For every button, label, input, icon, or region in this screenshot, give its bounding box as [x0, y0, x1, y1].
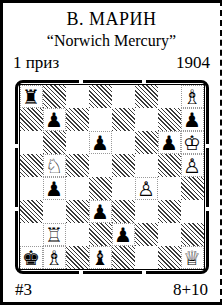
square-d1[interactable]: ♝: [89, 246, 112, 269]
square-e4[interactable]: [112, 177, 135, 200]
prize-label: 1 приз: [13, 53, 59, 73]
square-c3[interactable]: [66, 200, 89, 223]
header: В. МАРИН “Norwich Mercury” 1 приз 1904: [3, 9, 220, 73]
square-c1[interactable]: [66, 246, 89, 269]
black-pawn: ♟: [91, 202, 109, 222]
square-b3[interactable]: [43, 200, 66, 223]
square-c7[interactable]: [66, 108, 89, 131]
square-g6[interactable]: ♟: [158, 131, 181, 154]
square-g4[interactable]: [158, 177, 181, 200]
prize-line: 1 приз 1904: [3, 53, 220, 73]
square-h5[interactable]: ♙: [181, 154, 204, 177]
black-pawn: ♟: [183, 110, 201, 130]
black-pawn: ♟: [91, 133, 109, 153]
square-e6[interactable]: [112, 131, 135, 154]
square-g3[interactable]: [158, 200, 181, 223]
square-b6[interactable]: [43, 131, 66, 154]
square-b8[interactable]: [43, 85, 66, 108]
square-h8[interactable]: ♗: [181, 85, 204, 108]
square-f4[interactable]: ♙: [135, 177, 158, 200]
square-a8[interactable]: ♜: [20, 85, 43, 108]
white-pawn: ♙: [137, 179, 155, 199]
square-a1[interactable]: ♚: [20, 246, 43, 269]
square-g5[interactable]: [158, 154, 181, 177]
frame-notch: [14, 207, 19, 211]
square-b1[interactable]: ♗: [43, 246, 66, 269]
year-label: 1904: [176, 53, 210, 73]
square-b5[interactable]: ♘: [43, 154, 66, 177]
square-b7[interactable]: ♟: [43, 108, 66, 131]
square-g7[interactable]: [158, 108, 181, 131]
square-g8[interactable]: [158, 85, 181, 108]
square-e1[interactable]: [112, 246, 135, 269]
black-pawn: ♟: [45, 110, 63, 130]
author-name: В. МАРИН: [3, 9, 220, 30]
square-h4[interactable]: [181, 177, 204, 200]
square-h1[interactable]: ♕: [181, 246, 204, 269]
square-b4[interactable]: ♟: [43, 177, 66, 200]
square-d7[interactable]: [89, 108, 112, 131]
frame-notch: [205, 144, 210, 148]
black-rook: ♜: [22, 87, 40, 107]
square-c6[interactable]: [66, 131, 89, 154]
square-a3[interactable]: [20, 200, 43, 223]
square-f7[interactable]: [135, 108, 158, 131]
square-a4[interactable]: [20, 177, 43, 200]
white-king: ♔: [183, 133, 201, 153]
square-c4[interactable]: [66, 177, 89, 200]
square-h7[interactable]: ♟: [181, 108, 204, 131]
square-a2[interactable]: [20, 223, 43, 246]
square-a6[interactable]: [20, 131, 43, 154]
square-d5[interactable]: [89, 154, 112, 177]
frame-notch: [79, 270, 83, 275]
square-c8[interactable]: [66, 85, 89, 108]
square-a5[interactable]: [20, 154, 43, 177]
white-rook: ♖: [45, 225, 63, 245]
square-c5[interactable]: [66, 154, 89, 177]
square-d6[interactable]: ♟: [89, 131, 112, 154]
white-bishop: ♗: [45, 248, 63, 268]
square-f6[interactable]: [135, 131, 158, 154]
white-bishop: ♗: [183, 87, 201, 107]
board-area: ♜♗♟♟♟♟♔♘♙♟♙♟♖♟♚♗♝♕: [15, 80, 209, 274]
frame-notch: [79, 79, 83, 84]
square-a7[interactable]: [20, 108, 43, 131]
frame-notch: [142, 270, 146, 275]
frame-notch: [205, 207, 210, 211]
stipulation-label: #3: [15, 280, 32, 300]
square-d3[interactable]: ♟: [89, 200, 112, 223]
square-h6[interactable]: ♔: [181, 131, 204, 154]
square-d2[interactable]: [89, 223, 112, 246]
square-f8[interactable]: [135, 85, 158, 108]
square-e2[interactable]: ♟: [112, 223, 135, 246]
square-e5[interactable]: [112, 154, 135, 177]
material-count: 8+10: [173, 280, 208, 300]
black-pawn: ♟: [114, 225, 132, 245]
square-e8[interactable]: [112, 85, 135, 108]
problem-card: В. МАРИН “Norwich Mercury” 1 приз 1904 ♜…: [0, 0, 222, 305]
black-pawn: ♟: [160, 133, 178, 153]
white-knight: ♘: [45, 156, 63, 176]
square-f5[interactable]: [135, 154, 158, 177]
square-f1[interactable]: [135, 246, 158, 269]
white-pawn: ♙: [183, 156, 201, 176]
square-e7[interactable]: [112, 108, 135, 131]
black-pawn: ♟: [45, 179, 63, 199]
frame-notch: [14, 144, 19, 148]
board-inner-frame: ♜♗♟♟♟♟♔♘♙♟♙♟♖♟♚♗♝♕: [19, 84, 205, 270]
square-g1[interactable]: [158, 246, 181, 269]
square-d8[interactable]: [89, 85, 112, 108]
square-f3[interactable]: [135, 200, 158, 223]
white-queen: ♕: [183, 248, 201, 268]
square-h2[interactable]: [181, 223, 204, 246]
square-g2[interactable]: [158, 223, 181, 246]
black-bishop: ♝: [91, 248, 109, 268]
source-title: “Norwich Mercury”: [3, 32, 220, 50]
frame-notch: [142, 79, 146, 84]
square-h3[interactable]: [181, 200, 204, 223]
board-frame: ♜♗♟♟♟♟♔♘♙♟♙♟♖♟♚♗♝♕: [15, 80, 209, 274]
square-d4[interactable]: [89, 177, 112, 200]
square-f2[interactable]: [135, 223, 158, 246]
square-c2[interactable]: [66, 223, 89, 246]
black-king: ♚: [22, 248, 40, 268]
chess-board: ♜♗♟♟♟♟♔♘♙♟♙♟♖♟♚♗♝♕: [20, 85, 204, 269]
square-b2[interactable]: ♖: [43, 223, 66, 246]
caption: #3 8+10: [3, 280, 220, 300]
square-e3[interactable]: [112, 200, 135, 223]
